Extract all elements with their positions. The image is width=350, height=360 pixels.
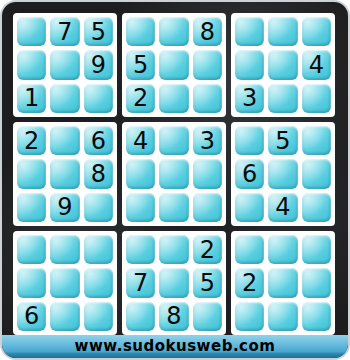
cell-r3c4[interactable]: 2 bbox=[126, 84, 155, 113]
box-9: 2 bbox=[231, 231, 335, 335]
cell-r2c6[interactable] bbox=[193, 50, 222, 79]
cell-r6c3[interactable] bbox=[84, 193, 113, 222]
cell-r5c6[interactable] bbox=[193, 159, 222, 188]
cell-r2c5[interactable] bbox=[159, 50, 188, 79]
cell-r1c8[interactable] bbox=[268, 17, 297, 46]
cell-r9c3[interactable] bbox=[84, 302, 113, 331]
cell-r1c2[interactable]: 7 bbox=[50, 17, 79, 46]
footer-bar: www.sudokusweb.com bbox=[2, 335, 348, 358]
sudoku-board: 759185243268943564627582 www.sudokusweb.… bbox=[0, 0, 350, 360]
cell-r8c3[interactable] bbox=[84, 268, 113, 297]
cell-r6c9[interactable] bbox=[302, 193, 331, 222]
boxes-grid: 759185243268943564627582 bbox=[13, 13, 337, 335]
box-8: 2758 bbox=[122, 231, 226, 335]
cell-r1c5[interactable] bbox=[159, 17, 188, 46]
cell-r3c7[interactable]: 3 bbox=[235, 84, 264, 113]
cell-r3c5[interactable] bbox=[159, 84, 188, 113]
box-3: 43 bbox=[231, 13, 335, 117]
cell-r7c9[interactable] bbox=[302, 235, 331, 264]
site-url[interactable]: www.sudokusweb.com bbox=[75, 337, 276, 357]
cell-r1c3[interactable]: 5 bbox=[84, 17, 113, 46]
cell-r6c8[interactable]: 4 bbox=[268, 193, 297, 222]
cell-r5c7[interactable]: 6 bbox=[235, 159, 264, 188]
cell-r4c4[interactable]: 4 bbox=[126, 126, 155, 155]
box-4: 2689 bbox=[13, 122, 117, 226]
cell-r8c9[interactable] bbox=[302, 268, 331, 297]
cell-r9c2[interactable] bbox=[50, 302, 79, 331]
cell-r8c4[interactable]: 7 bbox=[126, 268, 155, 297]
box-6: 564 bbox=[231, 122, 335, 226]
cell-r8c1[interactable] bbox=[17, 268, 46, 297]
cell-r2c9[interactable]: 4 bbox=[302, 50, 331, 79]
cell-r3c3[interactable] bbox=[84, 84, 113, 113]
cell-r7c4[interactable] bbox=[126, 235, 155, 264]
cell-r1c4[interactable] bbox=[126, 17, 155, 46]
cell-r2c2[interactable] bbox=[50, 50, 79, 79]
cell-r3c8[interactable] bbox=[268, 84, 297, 113]
cell-r4c6[interactable]: 3 bbox=[193, 126, 222, 155]
box-7: 6 bbox=[13, 231, 117, 335]
cell-r4c8[interactable]: 5 bbox=[268, 126, 297, 155]
cell-r3c9[interactable] bbox=[302, 84, 331, 113]
cell-r6c6[interactable] bbox=[193, 193, 222, 222]
cell-r6c2[interactable]: 9 bbox=[50, 193, 79, 222]
cell-r7c2[interactable] bbox=[50, 235, 79, 264]
cell-r2c8[interactable] bbox=[268, 50, 297, 79]
cell-r4c9[interactable] bbox=[302, 126, 331, 155]
cell-r8c5[interactable] bbox=[159, 268, 188, 297]
cell-r5c9[interactable] bbox=[302, 159, 331, 188]
cell-r9c1[interactable]: 6 bbox=[17, 302, 46, 331]
cell-r6c4[interactable] bbox=[126, 193, 155, 222]
cell-r1c6[interactable]: 8 bbox=[193, 17, 222, 46]
cell-r5c3[interactable]: 8 bbox=[84, 159, 113, 188]
cell-r2c4[interactable]: 5 bbox=[126, 50, 155, 79]
cell-r7c1[interactable] bbox=[17, 235, 46, 264]
cell-r5c4[interactable] bbox=[126, 159, 155, 188]
cell-r9c6[interactable] bbox=[193, 302, 222, 331]
cell-r3c2[interactable] bbox=[50, 84, 79, 113]
box-2: 852 bbox=[122, 13, 226, 117]
cell-r8c8[interactable] bbox=[268, 268, 297, 297]
cell-r5c2[interactable] bbox=[50, 159, 79, 188]
cell-r4c3[interactable]: 6 bbox=[84, 126, 113, 155]
cell-r4c1[interactable]: 2 bbox=[17, 126, 46, 155]
cell-r8c6[interactable]: 5 bbox=[193, 268, 222, 297]
cell-r8c7[interactable]: 2 bbox=[235, 268, 264, 297]
cell-r9c5[interactable]: 8 bbox=[159, 302, 188, 331]
cell-r1c7[interactable] bbox=[235, 17, 264, 46]
cell-r2c3[interactable]: 9 bbox=[84, 50, 113, 79]
cell-r2c1[interactable] bbox=[17, 50, 46, 79]
cell-r1c9[interactable] bbox=[302, 17, 331, 46]
cell-r4c7[interactable] bbox=[235, 126, 264, 155]
cell-r7c8[interactable] bbox=[268, 235, 297, 264]
box-1: 7591 bbox=[13, 13, 117, 117]
cell-r9c4[interactable] bbox=[126, 302, 155, 331]
cell-r5c5[interactable] bbox=[159, 159, 188, 188]
cell-r4c2[interactable] bbox=[50, 126, 79, 155]
cell-r9c7[interactable] bbox=[235, 302, 264, 331]
cell-r2c7[interactable] bbox=[235, 50, 264, 79]
cell-r7c5[interactable] bbox=[159, 235, 188, 264]
cell-r7c6[interactable]: 2 bbox=[193, 235, 222, 264]
cell-r7c7[interactable] bbox=[235, 235, 264, 264]
cell-r6c1[interactable] bbox=[17, 193, 46, 222]
cell-r9c8[interactable] bbox=[268, 302, 297, 331]
cell-r1c1[interactable] bbox=[17, 17, 46, 46]
cell-r9c9[interactable] bbox=[302, 302, 331, 331]
cell-r4c5[interactable] bbox=[159, 126, 188, 155]
cell-r3c1[interactable]: 1 bbox=[17, 84, 46, 113]
box-5: 43 bbox=[122, 122, 226, 226]
cell-r5c8[interactable] bbox=[268, 159, 297, 188]
cell-r8c2[interactable] bbox=[50, 268, 79, 297]
cell-r5c1[interactable] bbox=[17, 159, 46, 188]
cell-r3c6[interactable] bbox=[193, 84, 222, 113]
cell-r6c7[interactable] bbox=[235, 193, 264, 222]
cell-r7c3[interactable] bbox=[84, 235, 113, 264]
cell-r6c5[interactable] bbox=[159, 193, 188, 222]
